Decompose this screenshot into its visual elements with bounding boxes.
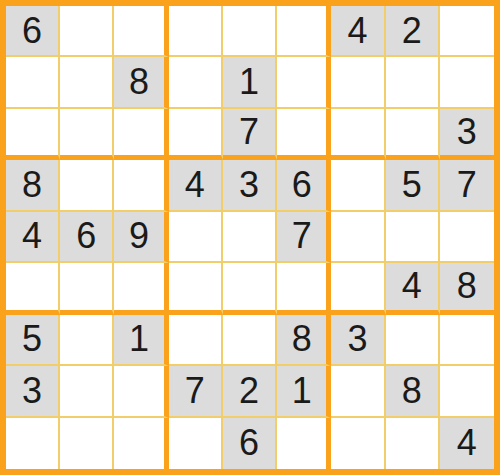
cell-r7c4[interactable] [169, 315, 223, 366]
cell-r1c2[interactable] [60, 6, 114, 57]
cell-r3c3[interactable] [114, 109, 168, 160]
cell-r4c1[interactable]: 8 [6, 160, 60, 211]
cell-r7c2[interactable] [60, 315, 114, 366]
cell-r2c5[interactable]: 1 [223, 57, 277, 108]
cell-r9c9[interactable]: 4 [440, 418, 494, 469]
cell-r4c4[interactable]: 4 [169, 160, 223, 211]
cell-r2c1[interactable] [6, 57, 60, 108]
cell-r4c8[interactable]: 5 [386, 160, 440, 211]
cell-r5c4[interactable] [169, 212, 223, 263]
cell-r2c2[interactable] [60, 57, 114, 108]
cell-r5c9[interactable] [440, 212, 494, 263]
cell-r4c2[interactable] [60, 160, 114, 211]
cell-r5c1[interactable]: 4 [6, 212, 60, 263]
cell-r4c7[interactable] [331, 160, 385, 211]
cell-r9c7[interactable] [331, 418, 385, 469]
cell-r4c9[interactable]: 7 [440, 160, 494, 211]
cell-r4c3[interactable] [114, 160, 168, 211]
cell-r8c4[interactable]: 7 [169, 366, 223, 417]
cell-r9c4[interactable] [169, 418, 223, 469]
cell-r8c7[interactable] [331, 366, 385, 417]
cell-r9c3[interactable] [114, 418, 168, 469]
cell-r6c3[interactable] [114, 263, 168, 314]
cell-r3c2[interactable] [60, 109, 114, 160]
cell-r2c3[interactable]: 8 [114, 57, 168, 108]
cell-r1c8[interactable]: 2 [386, 6, 440, 57]
cell-r9c5[interactable]: 6 [223, 418, 277, 469]
cell-r8c8[interactable]: 8 [386, 366, 440, 417]
cell-r8c2[interactable] [60, 366, 114, 417]
cell-r1c5[interactable] [223, 6, 277, 57]
cell-r3c9[interactable]: 3 [440, 109, 494, 160]
cell-r2c8[interactable] [386, 57, 440, 108]
cell-r8c5[interactable]: 2 [223, 366, 277, 417]
cell-r1c4[interactable] [169, 6, 223, 57]
cell-r3c1[interactable] [6, 109, 60, 160]
cell-r6c6[interactable] [277, 263, 331, 314]
cell-r7c9[interactable] [440, 315, 494, 366]
cell-r3c4[interactable] [169, 109, 223, 160]
cell-r7c6[interactable]: 8 [277, 315, 331, 366]
cell-r7c1[interactable]: 5 [6, 315, 60, 366]
cell-r8c6[interactable]: 1 [277, 366, 331, 417]
cell-r6c2[interactable] [60, 263, 114, 314]
cell-r1c7[interactable]: 4 [331, 6, 385, 57]
sudoku-board: 642817384365746974851833721864 [0, 0, 500, 475]
cell-r9c1[interactable] [6, 418, 60, 469]
cell-r6c4[interactable] [169, 263, 223, 314]
cell-r2c7[interactable] [331, 57, 385, 108]
cell-r3c8[interactable] [386, 109, 440, 160]
cell-r1c9[interactable] [440, 6, 494, 57]
cell-r7c8[interactable] [386, 315, 440, 366]
cell-r4c6[interactable]: 6 [277, 160, 331, 211]
cell-r5c6[interactable]: 7 [277, 212, 331, 263]
cell-r4c5[interactable]: 3 [223, 160, 277, 211]
cell-r6c5[interactable] [223, 263, 277, 314]
cell-r8c1[interactable]: 3 [6, 366, 60, 417]
cell-r1c1[interactable]: 6 [6, 6, 60, 57]
cell-r7c7[interactable]: 3 [331, 315, 385, 366]
cell-r1c6[interactable] [277, 6, 331, 57]
cell-r5c3[interactable]: 9 [114, 212, 168, 263]
cell-r6c9[interactable]: 8 [440, 263, 494, 314]
cell-r3c6[interactable] [277, 109, 331, 160]
cell-r7c5[interactable] [223, 315, 277, 366]
cell-r5c8[interactable] [386, 212, 440, 263]
cell-r6c1[interactable] [6, 263, 60, 314]
cell-r2c4[interactable] [169, 57, 223, 108]
cell-r6c8[interactable]: 4 [386, 263, 440, 314]
cell-r7c3[interactable]: 1 [114, 315, 168, 366]
cell-r1c3[interactable] [114, 6, 168, 57]
cell-r5c7[interactable] [331, 212, 385, 263]
cell-r5c5[interactable] [223, 212, 277, 263]
cell-r2c6[interactable] [277, 57, 331, 108]
cell-r6c7[interactable] [331, 263, 385, 314]
cell-r3c5[interactable]: 7 [223, 109, 277, 160]
cell-r5c2[interactable]: 6 [60, 212, 114, 263]
cell-r2c9[interactable] [440, 57, 494, 108]
cell-r8c9[interactable] [440, 366, 494, 417]
cell-r8c3[interactable] [114, 366, 168, 417]
cell-r3c7[interactable] [331, 109, 385, 160]
cell-r9c8[interactable] [386, 418, 440, 469]
cell-r9c6[interactable] [277, 418, 331, 469]
cell-r9c2[interactable] [60, 418, 114, 469]
